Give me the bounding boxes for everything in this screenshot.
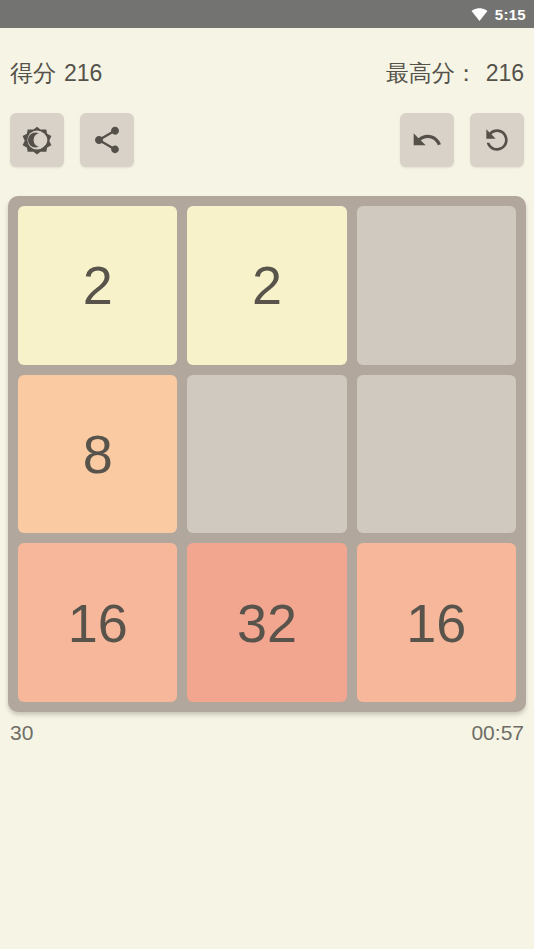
tile-16: 16 bbox=[18, 543, 177, 702]
moves-counter: 30 bbox=[10, 721, 33, 745]
best-score-display: 最高分： 216 bbox=[386, 58, 524, 89]
toolbar-right-group bbox=[400, 113, 524, 167]
score-value: 216 bbox=[64, 60, 102, 87]
toolbar bbox=[10, 113, 524, 167]
share-icon bbox=[91, 124, 123, 156]
status-time: 5:15 bbox=[495, 6, 526, 23]
score-display: 得分 216 bbox=[10, 58, 102, 89]
game-timer: 00:57 bbox=[471, 721, 524, 745]
share-button[interactable] bbox=[80, 113, 134, 167]
empty-cell bbox=[187, 375, 346, 534]
tile-2: 2 bbox=[187, 206, 346, 365]
footer-stats: 30 00:57 bbox=[10, 721, 524, 745]
wifi-icon bbox=[471, 7, 488, 22]
theme-toggle-button[interactable] bbox=[10, 113, 64, 167]
empty-cell bbox=[357, 375, 516, 534]
tile-8: 8 bbox=[18, 375, 177, 534]
toolbar-left-group bbox=[10, 113, 134, 167]
brightness-theme-icon bbox=[21, 124, 53, 156]
undo-icon bbox=[411, 124, 443, 156]
tile-2: 2 bbox=[18, 206, 177, 365]
tile-32: 32 bbox=[187, 543, 346, 702]
tile-16: 16 bbox=[357, 543, 516, 702]
best-score-value: 216 bbox=[486, 60, 524, 87]
empty-cell bbox=[357, 206, 516, 365]
score-label: 得分 bbox=[10, 58, 56, 89]
restart-button[interactable] bbox=[470, 113, 524, 167]
status-bar: 5:15 bbox=[0, 0, 534, 28]
restart-icon bbox=[481, 124, 513, 156]
undo-button[interactable] bbox=[400, 113, 454, 167]
score-header: 得分 216 最高分： 216 bbox=[10, 58, 524, 89]
best-score-label: 最高分： bbox=[386, 58, 478, 89]
board-grid[interactable]: 228163216 bbox=[8, 196, 526, 712]
